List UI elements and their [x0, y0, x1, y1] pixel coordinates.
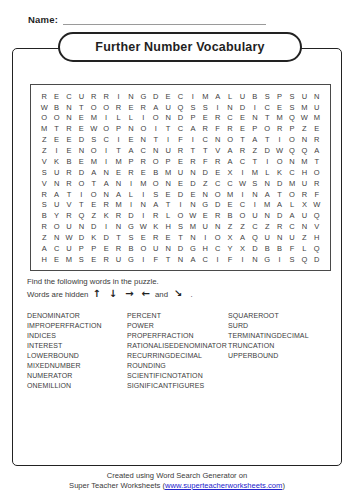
- grid-cell-r11c18: I: [249, 200, 261, 211]
- grid-cell-r8c2: U: [50, 167, 62, 178]
- grid-cell-r13c14: U: [199, 222, 211, 233]
- grid-cell-r10c2: A: [50, 189, 62, 200]
- grid-cell-r15c6: E: [100, 243, 112, 254]
- grid-cell-r8c16: X: [224, 167, 236, 178]
- grid-cell-r1c1: R: [38, 91, 50, 102]
- grid-cell-r4c22: Z: [298, 124, 310, 135]
- grid-cell-r4c20: R: [273, 124, 285, 135]
- grid-cell-r5c20: I: [273, 135, 285, 146]
- grid-cell-r16c19: G: [261, 254, 273, 265]
- grid-cell-r5c15: N: [211, 135, 223, 146]
- grid-cell-r1c22: U: [298, 91, 310, 102]
- grid-cell-r4c12: C: [174, 124, 186, 135]
- grid-cell-r2c20: E: [273, 102, 285, 113]
- grid-cell-r4c3: R: [63, 124, 75, 135]
- grid-cell-r4c11: T: [162, 124, 174, 135]
- grid-cell-r2c9: R: [137, 102, 149, 113]
- grid-cell-r6c8: A: [125, 145, 137, 156]
- grid-cell-r7c2: K: [50, 156, 62, 167]
- grid-cell-r12c19: N: [261, 211, 273, 222]
- grid-cell-r15c10: U: [150, 243, 162, 254]
- word-item: DENOMINATOR: [27, 311, 127, 321]
- grid-cell-r15c2: C: [50, 243, 62, 254]
- grid-cell-r6c11: U: [162, 145, 174, 156]
- grid-cell-r13c10: K: [150, 222, 162, 233]
- grid-cell-r1c10: D: [150, 91, 162, 102]
- grid-cell-r1c4: U: [75, 91, 87, 102]
- grid-cell-r2c5: O: [88, 102, 100, 113]
- grid-cell-r13c21: C: [286, 222, 298, 233]
- grid-cell-r5c23: R: [311, 135, 323, 146]
- grid-cell-r3c5: M: [88, 113, 100, 124]
- grid-cell-r10c19: A: [261, 189, 273, 200]
- word-list: DENOMINATORIMPROPERFRACTIONINDICESINTERE…: [27, 311, 337, 391]
- grid-cell-r9c10: O: [150, 178, 162, 189]
- grid-cell-r2c8: E: [125, 102, 137, 113]
- direction-arrows: ↑↓→←: [88, 289, 154, 299]
- grid-cell-r2c1: W: [38, 102, 50, 113]
- grid-cell-r11c9: N: [137, 200, 149, 211]
- grid-cell-r16c3: M: [63, 254, 75, 265]
- grid-cell-r12c3: R: [63, 211, 75, 222]
- grid-cell-r15c20: B: [273, 243, 285, 254]
- grid-cell-r10c20: T: [273, 189, 285, 200]
- grid-cell-r16c8: G: [125, 254, 137, 265]
- grid-cell-r4c5: W: [88, 124, 100, 135]
- grid-cell-r10c1: R: [38, 189, 50, 200]
- grid-cell-r8c9: E: [137, 167, 149, 178]
- grid-cell-r15c5: P: [88, 243, 100, 254]
- grid-cell-r1c3: C: [63, 91, 75, 102]
- footer-line2-suffix: ): [282, 481, 285, 490]
- grid-cell-r2c23: U: [311, 102, 323, 113]
- grid-cell-r5c18: A: [249, 135, 261, 146]
- grid-cell-r3c7: L: [112, 113, 124, 124]
- grid-cell-r1c8: N: [125, 91, 137, 102]
- grid-cell-r6c17: R: [236, 145, 248, 156]
- grid-cell-r5c7: I: [112, 135, 124, 146]
- grid-cell-r16c18: N: [249, 254, 261, 265]
- grid-cell-r14c6: D: [100, 232, 112, 243]
- grid-cell-r6c12: R: [174, 145, 186, 156]
- grid-cell-r6c15: V: [211, 145, 223, 156]
- direction-arrow-icon: ↑: [92, 288, 100, 299]
- word-item: NUMERATOR: [27, 371, 127, 381]
- grid-cell-r10c17: I: [236, 189, 248, 200]
- grid-cell-r11c14: G: [199, 200, 211, 211]
- grid-cell-r10c22: R: [298, 189, 310, 200]
- grid-cell-r14c14: I: [199, 232, 211, 243]
- grid-cell-r7c15: R: [211, 156, 223, 167]
- grid-cell-r15c9: O: [137, 243, 149, 254]
- grid-cell-r4c6: O: [100, 124, 112, 135]
- grid-cell-r16c9: I: [137, 254, 149, 265]
- grid-cell-r1c17: U: [236, 91, 248, 102]
- grid-cell-r6c5: O: [88, 145, 100, 156]
- grid-cell-r10c4: I: [75, 189, 87, 200]
- grid-cell-r14c13: N: [187, 232, 199, 243]
- instructions-line1: Find the following words in the puzzle.: [27, 277, 193, 286]
- word-item: SCIENTIFICNOTATION: [127, 371, 228, 381]
- name-label: Name:: [28, 14, 58, 25]
- grid-cell-r7c19: I: [261, 156, 273, 167]
- word-list-column-3: SQUAREROOTSURDTERMINATINGDECIMALTRUNCATI…: [228, 311, 336, 391]
- grid-cell-r5c6: C: [100, 135, 112, 146]
- grid-cell-r16c11: T: [162, 254, 174, 265]
- grid-cell-r6c22: Q: [298, 145, 310, 156]
- grid-cell-r13c11: H: [162, 222, 174, 233]
- grid-cell-r6c18: Z: [249, 145, 261, 156]
- instructions-and: and: [155, 290, 168, 299]
- grid-cell-r3c3: N: [63, 113, 75, 124]
- grid-cell-r7c23: T: [311, 156, 323, 167]
- grid-cell-r14c10: R: [150, 232, 162, 243]
- grid-cell-r8c15: E: [211, 167, 223, 178]
- word-item: PERCENT: [127, 311, 228, 321]
- grid-cell-r12c23: Q: [311, 211, 323, 222]
- grid-cell-r8c10: B: [150, 167, 162, 178]
- grid-cell-r15c21: F: [286, 243, 298, 254]
- grid-cell-r8c20: K: [273, 167, 285, 178]
- grid-cell-r11c17: C: [236, 200, 248, 211]
- grid-cell-r3c11: N: [162, 113, 174, 124]
- grid-cell-r12c14: E: [199, 211, 211, 222]
- grid-cell-r1c2: E: [50, 91, 62, 102]
- grid-cell-r4c8: N: [125, 124, 137, 135]
- grid-cell-r11c3: V: [63, 200, 75, 211]
- grid-cell-r5c22: N: [298, 135, 310, 146]
- grid-cell-r1c5: R: [88, 91, 100, 102]
- grid-cell-r11c13: N: [187, 200, 199, 211]
- direction-arrow-icon: →: [125, 288, 133, 299]
- grid-cell-r9c7: N: [112, 178, 124, 189]
- grid-cell-r2c13: S: [187, 102, 199, 113]
- grid-cell-r1c9: G: [137, 91, 149, 102]
- grid-cell-r12c22: U: [298, 211, 310, 222]
- grid-cell-r13c19: Z: [261, 222, 273, 233]
- grid-cell-r3c13: P: [187, 113, 199, 124]
- grid-cell-r3c6: I: [100, 113, 112, 124]
- grid-cell-r11c22: X: [298, 200, 310, 211]
- footer-link[interactable]: www.superteacherworksheets.com: [165, 481, 282, 490]
- grid-cell-r7c14: F: [199, 156, 211, 167]
- grid-cell-r12c7: R: [112, 211, 124, 222]
- grid-cell-r10c13: E: [187, 189, 199, 200]
- grid-cell-r3c1: O: [38, 113, 50, 124]
- grid-cell-r4c14: R: [199, 124, 211, 135]
- grid-cell-r13c2: O: [50, 222, 62, 233]
- grid-cell-r14c2: N: [50, 232, 62, 243]
- name-blank-line: [63, 14, 266, 25]
- grid-cell-r12c5: Z: [88, 211, 100, 222]
- grid-cell-r2c18: I: [249, 102, 261, 113]
- grid-cell-r1c6: R: [100, 91, 112, 102]
- grid-cell-r10c12: D: [174, 189, 186, 200]
- grid-cell-r11c12: I: [174, 200, 186, 211]
- grid-cell-r10c18: N: [249, 189, 261, 200]
- grid-cell-r14c4: D: [75, 232, 87, 243]
- grid-cell-r15c4: P: [75, 243, 87, 254]
- grid-cell-r2c16: N: [224, 102, 236, 113]
- grid-cell-r6c23: A: [311, 145, 323, 156]
- grid-cell-r16c13: A: [187, 254, 199, 265]
- grid-cell-r7c11: P: [162, 156, 174, 167]
- grid-cell-r10c9: I: [137, 189, 149, 200]
- grid-cell-r1c7: I: [112, 91, 124, 102]
- grid-cell-r9c9: M: [137, 178, 149, 189]
- grid-cell-r7c5: M: [88, 156, 100, 167]
- grid-cell-r14c23: H: [311, 232, 323, 243]
- grid-cell-r8c1: S: [38, 167, 50, 178]
- grid-cell-r11c15: D: [211, 200, 223, 211]
- grid-cell-r15c14: H: [199, 243, 211, 254]
- grid-cell-r7c8: P: [125, 156, 137, 167]
- grid-cell-r4c21: P: [286, 124, 298, 135]
- grid-cell-r11c4: T: [75, 200, 87, 211]
- grid-cell-r3c23: M: [311, 113, 323, 124]
- grid-cell-r1c12: C: [174, 91, 186, 102]
- grid-cell-r7c12: E: [174, 156, 186, 167]
- grid-cell-r12c13: W: [187, 211, 199, 222]
- grid-cell-r1c15: A: [211, 91, 223, 102]
- grid-cell-r12c9: I: [137, 211, 149, 222]
- grid-cell-r9c17: W: [236, 178, 248, 189]
- grid-cell-r11c10: A: [150, 200, 162, 211]
- grid-cell-r14c3: W: [63, 232, 75, 243]
- grid-cell-r12c21: A: [286, 211, 298, 222]
- grid-cell-r14c22: Z: [298, 232, 310, 243]
- grid-cell-r16c23: D: [311, 254, 323, 265]
- grid-cell-r7c1: V: [38, 156, 50, 167]
- grid-cell-r4c18: P: [249, 124, 261, 135]
- grid-cell-r5c2: E: [50, 135, 62, 146]
- grid-cell-r5c4: D: [75, 135, 87, 146]
- grid-cell-r11c11: T: [162, 200, 174, 211]
- grid-cell-r2c6: O: [100, 102, 112, 113]
- grid-cell-r9c18: S: [249, 178, 261, 189]
- grid-cell-r10c8: L: [125, 189, 137, 200]
- grid-cell-r10c23: F: [311, 189, 323, 200]
- grid-cell-r7c16: A: [224, 156, 236, 167]
- grid-cell-r3c19: T: [261, 113, 273, 124]
- grid-cell-r14c19: U: [261, 232, 273, 243]
- grid-cell-r6c19: D: [261, 145, 273, 156]
- word-item: SIGNIFICANTFIGURES: [127, 381, 228, 391]
- grid-cell-r8c11: M: [162, 167, 174, 178]
- grid-cell-r12c17: O: [236, 211, 248, 222]
- grid-cell-r9c15: C: [211, 178, 223, 189]
- grid-cell-r9c11: N: [162, 178, 174, 189]
- grid-cell-r14c20: N: [273, 232, 285, 243]
- grid-cell-r12c20: D: [273, 211, 285, 222]
- grid-cell-r11c7: M: [112, 200, 124, 211]
- grid-cell-r10c7: A: [112, 189, 124, 200]
- grid-cell-r13c6: I: [100, 222, 112, 233]
- grid-cell-r6c20: W: [273, 145, 285, 156]
- grid-cell-r5c8: E: [125, 135, 137, 146]
- grid-cell-r1c16: L: [224, 91, 236, 102]
- grid-cell-r9c1: V: [38, 178, 50, 189]
- footer-line1: Created using Word Search Generator on: [0, 471, 354, 481]
- word-search-grid: RECURRINGDECIMALUBSPSUNWBNTOORERAUQSSIND…: [30, 84, 331, 271]
- grid-cell-r6c21: Q: [286, 145, 298, 156]
- grid-cell-r8c3: R: [63, 167, 75, 178]
- grid-cell-r12c4: Q: [75, 211, 87, 222]
- grid-cell-r14c18: Q: [249, 232, 261, 243]
- grid-cell-r8c13: N: [187, 167, 199, 178]
- word-item: SQUAREROOT: [228, 311, 336, 321]
- grid-cell-r7c21: N: [286, 156, 298, 167]
- grid-cell-r3c4: E: [75, 113, 87, 124]
- grid-cell-r12c16: B: [224, 211, 236, 222]
- grid-cell-r2c12: Q: [174, 102, 186, 113]
- grid-cell-r2c17: D: [236, 102, 248, 113]
- grid-cell-r5c19: T: [261, 135, 273, 146]
- title-capsule: Further Number Vocabulary: [58, 32, 302, 62]
- footer-line2-prefix: Super Teacher Worksheets (: [69, 481, 165, 490]
- grid-cell-r5c1: Z: [38, 135, 50, 146]
- grid-cell-r12c12: O: [174, 211, 186, 222]
- grid-cell-r11c23: W: [311, 200, 323, 211]
- grid-cell-r14c1: Z: [38, 232, 50, 243]
- grid-cell-r13c23: V: [311, 222, 323, 233]
- grid-cell-r9c2: N: [50, 178, 62, 189]
- grid-cell-r3c9: I: [137, 113, 149, 124]
- grid-cell-r8c12: U: [174, 167, 186, 178]
- grid-cell-r14c12: T: [174, 232, 186, 243]
- grid-cell-r7c3: B: [63, 156, 75, 167]
- grid-cell-r10c11: E: [162, 189, 174, 200]
- grid-cell-r16c15: I: [211, 254, 223, 265]
- grid-cell-r10c6: N: [100, 189, 112, 200]
- grid-cell-r14c8: S: [125, 232, 137, 243]
- grid-cell-r15c18: D: [249, 243, 261, 254]
- grid-cell-r3c16: C: [224, 113, 236, 124]
- grid-cell-r6c3: E: [63, 145, 75, 156]
- grid-cell-r2c15: I: [211, 102, 223, 113]
- grid-cell-r14c15: O: [211, 232, 223, 243]
- grid-cell-r2c11: U: [162, 102, 174, 113]
- grid-cell-r8c8: R: [125, 167, 137, 178]
- grid-cell-r4c7: P: [112, 124, 124, 135]
- grid-cell-r15c22: L: [298, 243, 310, 254]
- grid-cell-r8c4: D: [75, 167, 87, 178]
- grid-cell-r14c16: X: [224, 232, 236, 243]
- grid-cell-r4c1: M: [38, 124, 50, 135]
- grid-cell-r1c19: S: [261, 91, 273, 102]
- grid-cell-r16c7: U: [112, 254, 124, 265]
- grid-cell-r16c17: I: [236, 254, 248, 265]
- direction-arrow-icon: ↓: [109, 288, 117, 299]
- grid-cell-r9c6: A: [100, 178, 112, 189]
- grid-cell-r8c17: I: [236, 167, 248, 178]
- grid-cell-r6c13: T: [187, 145, 199, 156]
- word-item: UPPERBOUND: [228, 351, 336, 361]
- grid-cell-r14c11: E: [162, 232, 174, 243]
- word-item: LOWERBOUND: [27, 351, 127, 361]
- word-item: ONEMILLION: [27, 381, 127, 391]
- grid-cell-r9c20: D: [273, 178, 285, 189]
- word-item: TRUNCATION: [228, 341, 336, 351]
- grid-cell-r4c9: O: [137, 124, 149, 135]
- grid-cell-r1c23: N: [311, 91, 323, 102]
- instructions-period: .: [190, 290, 192, 299]
- grid-cell-r14c5: K: [88, 232, 100, 243]
- grid-cell-r13c15: N: [211, 222, 223, 233]
- grid-cell-r12c18: U: [249, 211, 261, 222]
- word-item: RATIONALISEDENOMINATOR: [127, 341, 228, 351]
- grid-cell-r7c10: O: [150, 156, 162, 167]
- grid-cell-r9c8: I: [125, 178, 137, 189]
- grid-cell-r12c6: K: [100, 211, 112, 222]
- grid-cell-r12c10: R: [150, 211, 162, 222]
- grid-cell-r5c21: O: [286, 135, 298, 146]
- grid-cell-r13c8: G: [125, 222, 137, 233]
- grid-cell-r4c4: E: [75, 124, 87, 135]
- grid-cell-r10c14: N: [199, 189, 211, 200]
- grid-cell-r7c4: E: [75, 156, 87, 167]
- grid-cell-r5c5: S: [88, 135, 100, 146]
- footer-line2: Super Teacher Worksheets (www.superteach…: [0, 481, 354, 491]
- grid-cell-r11c20: A: [273, 200, 285, 211]
- grid-cell-r13c17: Z: [236, 222, 248, 233]
- grid-cell-r15c13: G: [187, 243, 199, 254]
- grid-cell-r8c19: L: [261, 167, 273, 178]
- grid-cell-r9c14: Z: [199, 178, 211, 189]
- grid-cell-r15c19: B: [261, 243, 273, 254]
- word-list-column-1: DENOMINATORIMPROPERFRACTIONINDICESINTERE…: [27, 311, 127, 391]
- grid-cell-r9c4: O: [75, 178, 87, 189]
- grid-cell-r15c17: X: [236, 243, 248, 254]
- grid-cell-r2c19: C: [261, 102, 273, 113]
- word-item: RECURRINGDECIMAL: [127, 351, 228, 361]
- grid-cell-r13c16: Z: [224, 222, 236, 233]
- grid-cell-r12c11: L: [162, 211, 174, 222]
- grid-cell-r3c20: M: [273, 113, 285, 124]
- grid-cell-r6c9: C: [137, 145, 149, 156]
- grid-cell-r15c15: C: [211, 243, 223, 254]
- grid-cell-r15c16: Y: [224, 243, 236, 254]
- grid-cell-r2c7: R: [112, 102, 124, 113]
- grid-cell-r9c23: R: [311, 178, 323, 189]
- grid-cell-r8c14: D: [199, 167, 211, 178]
- grid-cell-r9c12: E: [174, 178, 186, 189]
- grid-cell-r10c10: S: [150, 189, 162, 200]
- grid-cell-r4c16: R: [224, 124, 236, 135]
- grid-cell-r1c20: P: [273, 91, 285, 102]
- grid-cell-r4c23: E: [311, 124, 323, 135]
- grid-cell-r13c9: W: [137, 222, 149, 233]
- grid-cell-r4c10: I: [150, 124, 162, 135]
- grid-cell-r8c18: M: [249, 167, 261, 178]
- grid-cell-r13c22: N: [298, 222, 310, 233]
- grid-cell-r7c17: C: [236, 156, 248, 167]
- grid-cell-r15c7: R: [112, 243, 124, 254]
- grid-cell-r9c22: U: [298, 178, 310, 189]
- grid-cell-r5c12: F: [174, 135, 186, 146]
- grid-cell-r8c21: C: [286, 167, 298, 178]
- grid-cell-r3c17: E: [236, 113, 248, 124]
- grid-cell-r5c3: E: [63, 135, 75, 146]
- grid-cell-r7c18: T: [249, 156, 261, 167]
- grid-cell-r15c23: Q: [311, 243, 323, 254]
- grid-cell-r6c6: I: [100, 145, 112, 156]
- grid-cell-r3c18: N: [249, 113, 261, 124]
- grid-cell-r8c7: E: [112, 167, 124, 178]
- grid-cell-r16c14: C: [199, 254, 211, 265]
- grid-cell-r5c16: O: [224, 135, 236, 146]
- grid-cell-r16c22: Q: [298, 254, 310, 265]
